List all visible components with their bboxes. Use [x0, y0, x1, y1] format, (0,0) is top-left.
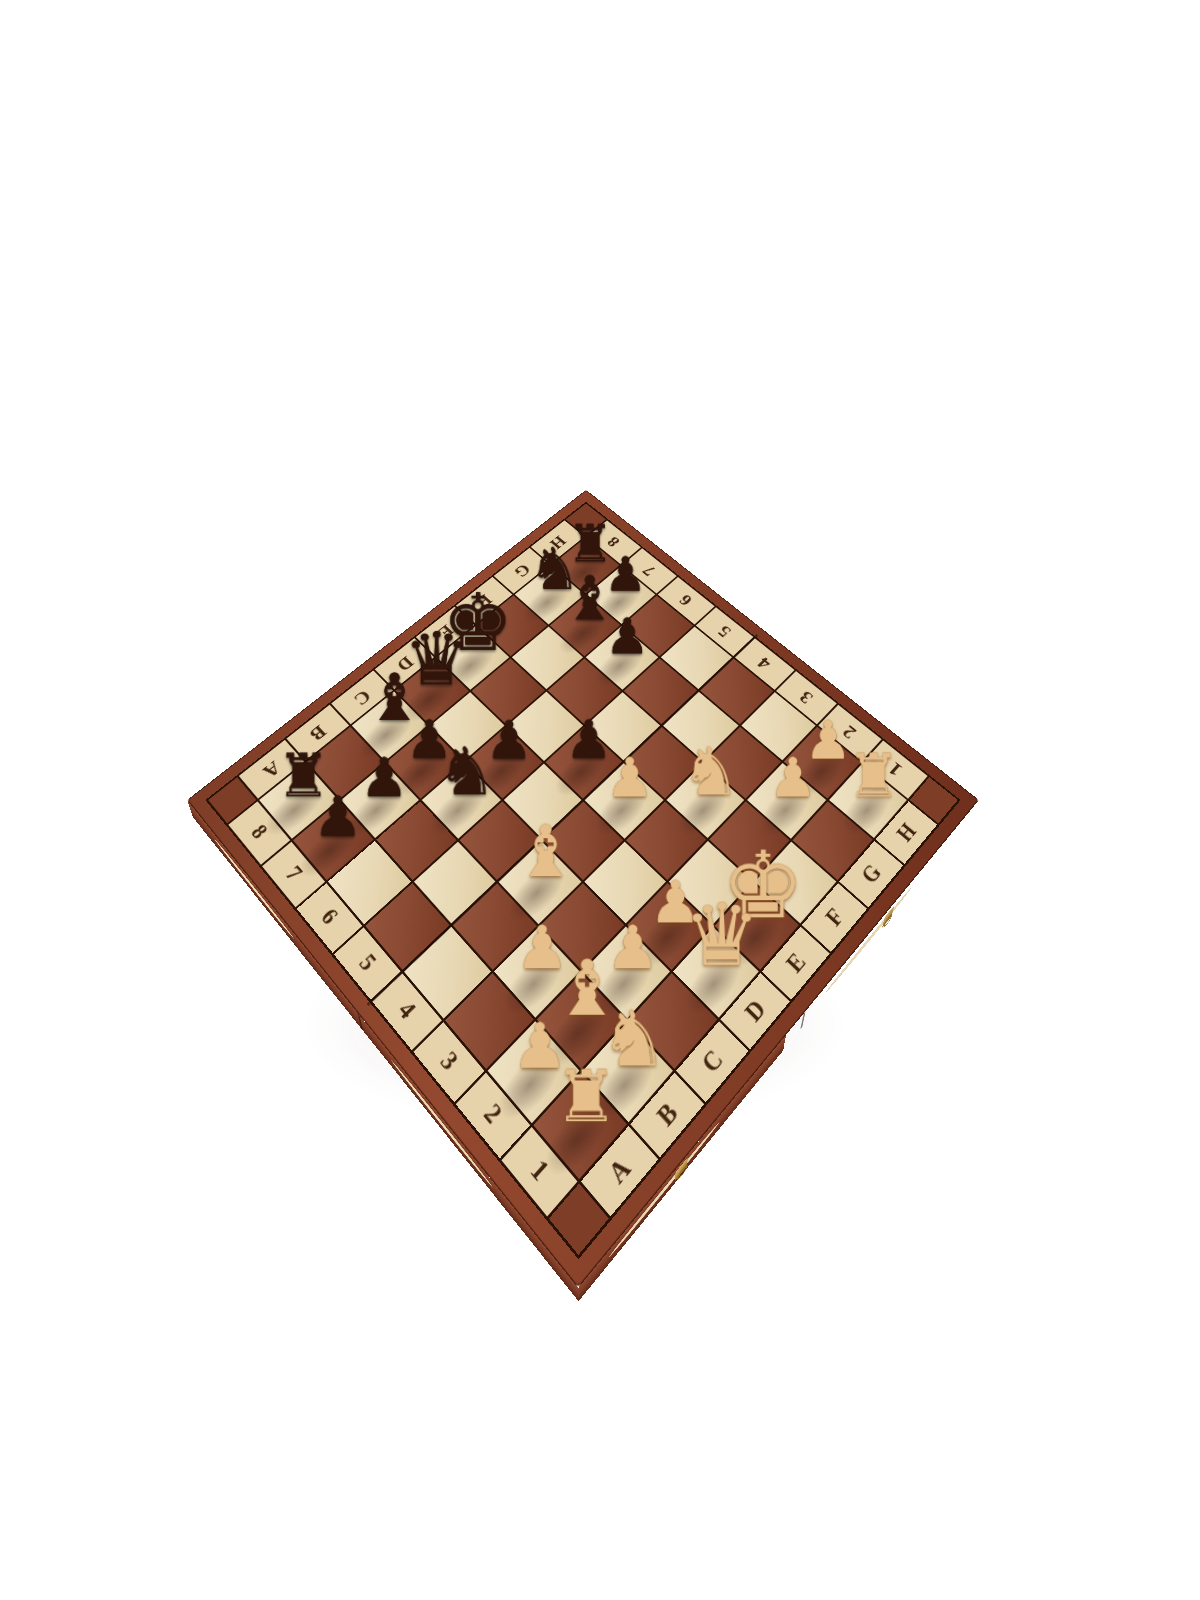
square-h4[interactable] [700, 658, 773, 724]
piece-white-rook-a1[interactable]: ♜ [532, 1060, 640, 1132]
file-label: A [604, 1153, 635, 1189]
rank-label: 6 [676, 592, 695, 609]
piece-white-knight-f3[interactable]: ♞ [666, 739, 756, 805]
piece-black-pawn-a7[interactable]: ♟ [292, 790, 384, 845]
brass-clasp-icon [882, 906, 894, 928]
square-g6[interactable]: ♟ [586, 626, 658, 689]
piece-white-rook-h1[interactable]: ♜ [829, 745, 919, 805]
rank-label: 4 [394, 997, 420, 1024]
rank-label: 6 [317, 905, 342, 929]
file-label: H [893, 819, 920, 845]
rank-label: 4 [754, 654, 774, 672]
file-label: F [821, 904, 847, 930]
file-label: B [652, 1098, 682, 1131]
piece-black-pawn-g6[interactable]: ♟ [585, 612, 668, 662]
chess-board: ABCDEFGH8♜♝♛♚♞♜87♟♟♟♝♟76♞♟♟65♟54♝♟43♟♞32… [187, 490, 979, 1288]
piece-white-pawn-g2[interactable]: ♟ [747, 751, 837, 805]
rank-label: 5 [354, 950, 379, 976]
square-c6[interactable]: ♞ [422, 763, 500, 838]
board-grid: ABCDEFGH8♜♝♛♚♞♜87♟♟♟♝♟76♞♟♟65♟54♝♟43♟♞32… [205, 502, 960, 1260]
file-label: G [857, 860, 885, 888]
square-h1[interactable]: ♜ [828, 763, 906, 838]
rank-label: 5 [715, 623, 735, 640]
brass-clasp-icon [675, 1158, 688, 1182]
rank-label: 3 [435, 1047, 461, 1075]
photo-scene: ABCDEFGH8♜♝♛♚♞♜87♟♟♟♝♟76♞♟♟65♟54♝♟43♟♞32… [0, 0, 1200, 1600]
piece-white-pawn-e4[interactable]: ♟ [584, 751, 674, 805]
square-e4[interactable]: ♟ [584, 763, 662, 838]
file-label: C [697, 1045, 727, 1078]
file-label-cell-near-E: E [762, 927, 830, 1000]
rank-label: 3 [796, 688, 816, 707]
piece-white-bishop-c4[interactable]: ♝ [498, 816, 593, 887]
file-label: D [741, 995, 770, 1026]
piece-white-queen-d1[interactable]: ♛ [672, 892, 771, 978]
piece-black-knight-c6[interactable]: ♞ [421, 739, 511, 805]
file-label: E [782, 949, 810, 977]
